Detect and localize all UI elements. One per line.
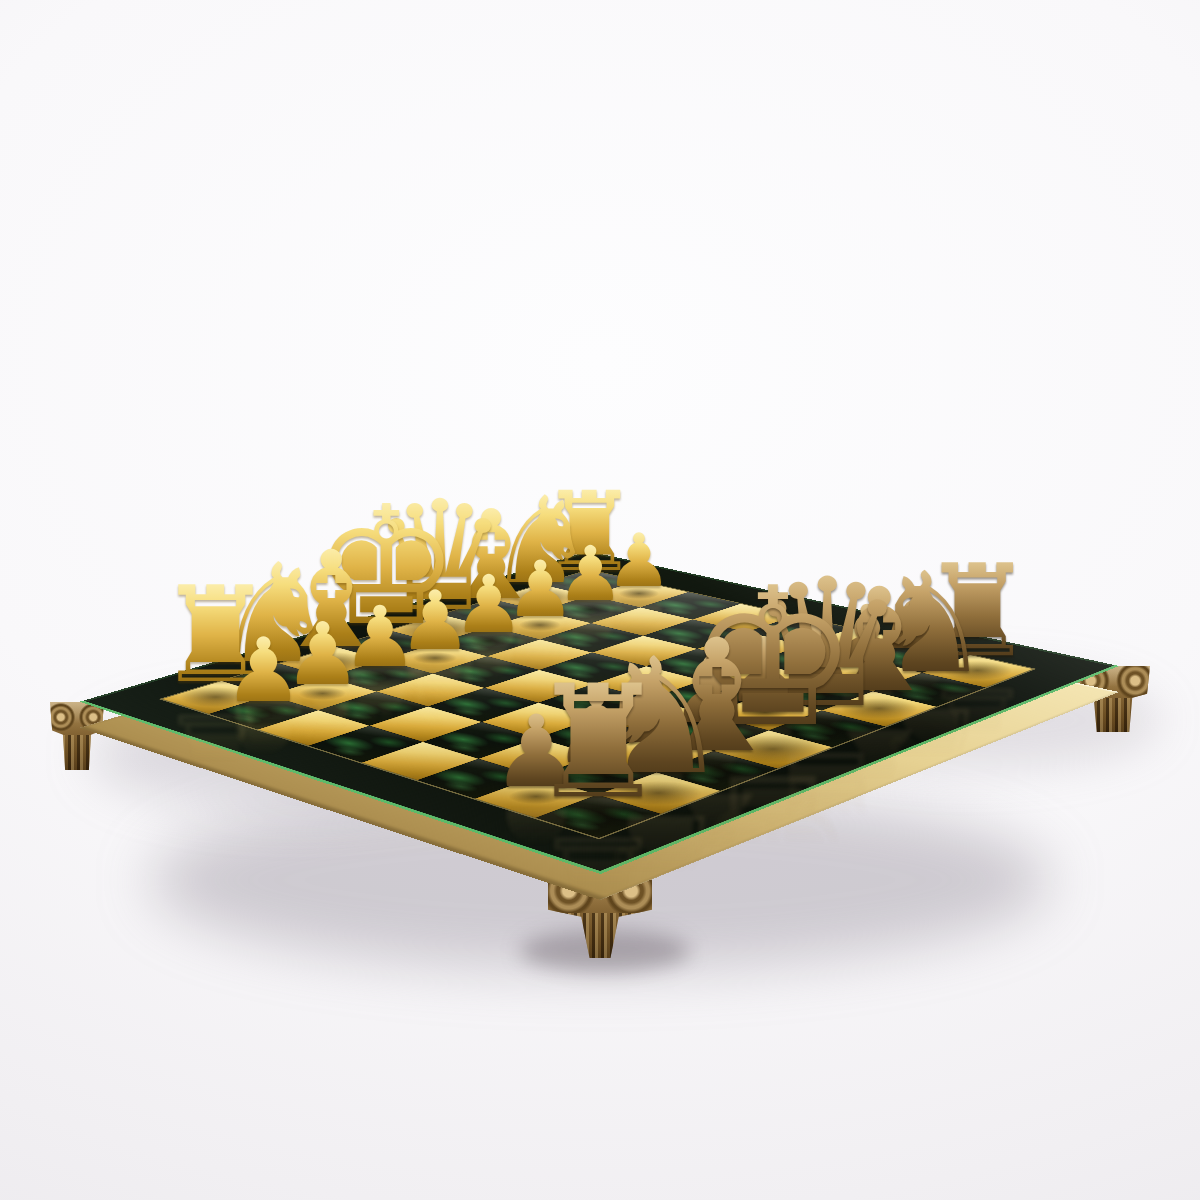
piece-reflection: ♟ (224, 710, 304, 799)
piece-bronze-rook-h8[interactable]: ♜ (529, 665, 668, 820)
product-photo-stage: ♜♜♞♞♝♝♛♛♚♚♝♝♞♞♜♜♟♟♟♟♟♟♟♟♟♟♟♟♟♟♟♟♟♟♟♟♟♟♟♟… (0, 0, 1200, 1200)
piece-gold-pawn-h2[interactable]: ♟ (224, 627, 304, 716)
pieces-layer: ♜♜♞♞♝♝♛♛♚♚♝♝♞♞♜♜♟♟♟♟♟♟♟♟♟♟♟♟♟♟♟♟♟♟♟♟♟♟♟♟… (0, 0, 1200, 1200)
piece-reflection: ♜ (529, 814, 668, 969)
